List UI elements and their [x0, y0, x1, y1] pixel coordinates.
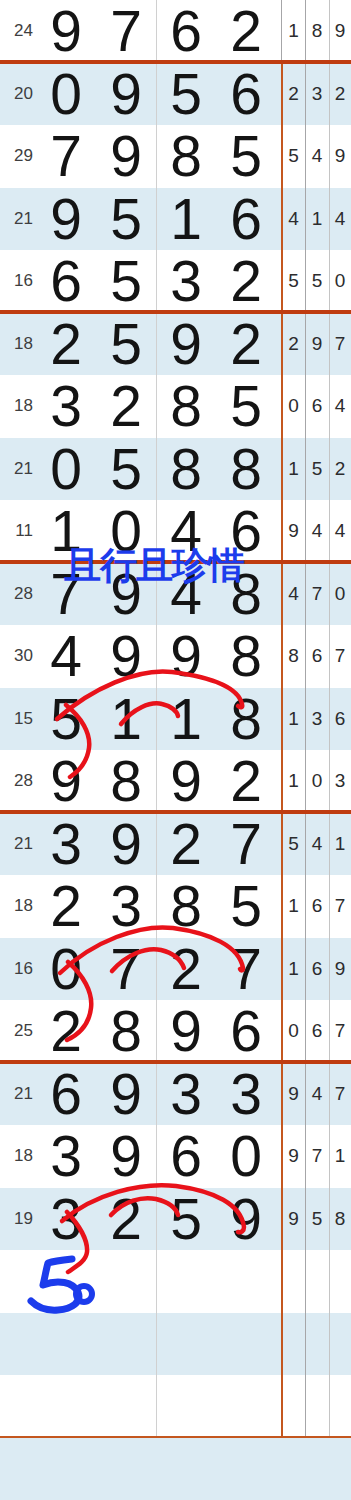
draw-digit-cell: 7 — [36, 125, 96, 188]
tail-digit-cell: 5 — [282, 270, 305, 292]
tail-digit-cell: 4 — [305, 520, 329, 542]
tail-divider-line-1 — [305, 0, 306, 1437]
tail-digit-cell: 0 — [329, 270, 351, 292]
tail-digit-cell: 3 — [305, 708, 329, 730]
table-row: 252896067 — [0, 1000, 351, 1063]
tail-digit-cell: 5 — [305, 1208, 329, 1230]
tail-digit-cell: 0 — [305, 770, 329, 792]
draw-digit-cell: 4 — [36, 625, 96, 688]
draw-digit-cell: 2 — [216, 0, 276, 63]
tail-digit-cell: 5 — [305, 458, 329, 480]
tail-digit-cell: 9 — [329, 958, 351, 980]
draw-digit-cell: 2 — [216, 250, 276, 313]
table-row: 304998867 — [0, 625, 351, 688]
draw-digit-cell: 5 — [96, 188, 156, 251]
tail-digit-cell: 2 — [282, 83, 305, 105]
row-sum-label: 21 — [0, 209, 36, 229]
row-sum-label: 28 — [0, 584, 36, 604]
table-row — [0, 1313, 351, 1376]
row-sum-label: 24 — [0, 21, 36, 41]
tail-digit-cell: 8 — [305, 20, 329, 42]
table-row: 249762189 — [0, 0, 351, 63]
draw-digit-cell: 7 — [96, 938, 156, 1001]
draw-digit-cell: 9 — [36, 188, 96, 251]
draw-digit-cell: 0 — [36, 938, 96, 1001]
tail-digit-cell: 1 — [282, 770, 305, 792]
table-row: 297985549 — [0, 125, 351, 188]
draw-digit-cell: 7 — [216, 938, 276, 1001]
table-row: 200956232 — [0, 63, 351, 126]
draw-history-grid: 2497621892009562322979855492195164141665… — [0, 0, 351, 1500]
draw-digit-cell: 8 — [216, 438, 276, 501]
draw-digit-cell: 6 — [156, 0, 216, 63]
tail-digit-cell: 7 — [329, 1020, 351, 1042]
tail-digit-cell: 6 — [305, 1020, 329, 1042]
row-sum-label: 21 — [0, 1084, 36, 1104]
draw-digit-cell: 2 — [216, 313, 276, 376]
draw-digit-cell: 2 — [216, 750, 276, 813]
draw-digit-cell: 8 — [156, 438, 216, 501]
row-sum-label: 28 — [0, 771, 36, 791]
tail-divider-line-2 — [329, 0, 330, 1437]
draw-digit-cell: 1 — [96, 688, 156, 751]
lottery-chart-screen: 2497621892009562322979855492195164141665… — [0, 0, 351, 1500]
draw-digit-cell: 0 — [36, 438, 96, 501]
draw-digit-cell: 8 — [156, 125, 216, 188]
table-row: 216933947 — [0, 1063, 351, 1126]
tail-digit-cell: 9 — [329, 145, 351, 167]
section-rule — [0, 310, 351, 314]
draw-digit-cell: 0 — [36, 63, 96, 126]
tail-digit-cell: 1 — [282, 895, 305, 917]
tail-digit-cell: 6 — [305, 645, 329, 667]
tail-digit-cell: 1 — [305, 208, 329, 230]
table-row: 166532550 — [0, 250, 351, 313]
tail-digit-cell: 6 — [329, 708, 351, 730]
draw-digit-cell: 8 — [96, 1000, 156, 1063]
tail-digit-cell: 4 — [305, 1083, 329, 1105]
row-sum-label: 21 — [0, 834, 36, 854]
tail-digit-cell: 7 — [329, 1083, 351, 1105]
draw-digit-cell: 9 — [156, 750, 216, 813]
table-row: 193259958 — [0, 1188, 351, 1251]
row-sum-label: 29 — [0, 146, 36, 166]
draw-digit-cell: 5 — [216, 875, 276, 938]
draw-digit-cell: 5 — [216, 375, 276, 438]
draw-digit-cell: 1 — [156, 688, 216, 751]
draw-digit-cell: 5 — [96, 250, 156, 313]
draw-digit-cell: 9 — [156, 625, 216, 688]
row-sum-label: 16 — [0, 959, 36, 979]
row-sum-label: 16 — [0, 271, 36, 291]
draw-digit-cell: 7 — [96, 0, 156, 63]
draw-digit-cell: 8 — [156, 375, 216, 438]
draw-digit-cell: 2 — [96, 1188, 156, 1251]
table-row: 182385167 — [0, 875, 351, 938]
column-divider-line — [156, 0, 157, 1437]
draw-digit-cell: 9 — [156, 1000, 216, 1063]
tail-digit-cell: 0 — [329, 583, 351, 605]
table-row: 219516414 — [0, 188, 351, 251]
draw-digit-cell: 9 — [36, 750, 96, 813]
draw-digit-cell: 3 — [96, 875, 156, 938]
draw-digit-cell: 9 — [96, 125, 156, 188]
draw-digit-cell: 8 — [156, 875, 216, 938]
table-row: 183285064 — [0, 375, 351, 438]
draw-digit-cell: 6 — [36, 1063, 96, 1126]
tail-digit-cell: 6 — [305, 395, 329, 417]
draw-digit-cell: 3 — [36, 813, 96, 876]
row-sum-label: 25 — [0, 1021, 36, 1041]
tail-digit-cell: 1 — [329, 1145, 351, 1167]
draw-digit-cell: 3 — [36, 1188, 96, 1251]
tail-digit-cell: 4 — [305, 833, 329, 855]
draw-digit-cell: 9 — [156, 313, 216, 376]
tail-digit-cell: 9 — [329, 20, 351, 42]
tail-digit-cell: 5 — [282, 833, 305, 855]
draw-digit-cell: 3 — [36, 1125, 96, 1188]
tail-digit-cell: 2 — [329, 83, 351, 105]
draw-digit-cell: 9 — [96, 813, 156, 876]
row-sum-label: 30 — [0, 646, 36, 666]
draw-digit-cell: 2 — [36, 1000, 96, 1063]
tail-digit-cell: 1 — [282, 958, 305, 980]
draw-digit-cell: 9 — [96, 1063, 156, 1126]
tail-digit-cell: 4 — [282, 208, 305, 230]
draw-digit-cell: 3 — [156, 250, 216, 313]
draw-digit-cell: 2 — [36, 875, 96, 938]
tail-digit-cell: 1 — [282, 458, 305, 480]
draw-digit-cell: 3 — [156, 1063, 216, 1126]
table-row: 155118136 — [0, 688, 351, 751]
table-row — [0, 1375, 351, 1438]
tail-digit-cell: 4 — [305, 145, 329, 167]
draw-digit-cell: 2 — [156, 813, 216, 876]
draw-digit-cell: 6 — [216, 63, 276, 126]
tail-digit-cell: 9 — [282, 1145, 305, 1167]
row-sum-label: 18 — [0, 1146, 36, 1166]
tail-digit-cell: 5 — [305, 270, 329, 292]
draw-digit-cell: 5 — [156, 63, 216, 126]
tail-digit-cell: 8 — [329, 1208, 351, 1230]
draw-digit-cell: 5 — [156, 1188, 216, 1251]
draw-digit-cell: 9 — [96, 625, 156, 688]
draw-digit-cell: 5 — [96, 313, 156, 376]
tail-digit-cell: 5 — [282, 145, 305, 167]
draw-digit-cell: 9 — [96, 1125, 156, 1188]
draw-digit-cell: 3 — [216, 1063, 276, 1126]
draw-digit-cell: 2 — [96, 375, 156, 438]
tail-divider-line-top — [281, 0, 282, 62]
tail-digit-cell: 2 — [282, 333, 305, 355]
tail-digit-cell: 7 — [329, 895, 351, 917]
draw-digit-cell: 6 — [156, 1125, 216, 1188]
draw-digit-cell: 6 — [216, 1000, 276, 1063]
table-row — [0, 1438, 351, 1500]
draw-digit-cell: 6 — [36, 250, 96, 313]
tail-digit-cell: 4 — [329, 208, 351, 230]
row-sum-label: 19 — [0, 1209, 36, 1229]
draw-digit-cell: 9 — [96, 63, 156, 126]
draw-digit-cell: 5 — [216, 125, 276, 188]
row-sum-label: 20 — [0, 84, 36, 104]
tail-digit-cell: 0 — [282, 395, 305, 417]
row-sum-label: 18 — [0, 334, 36, 354]
table-row: 210588152 — [0, 438, 351, 501]
row-sum-label: 21 — [0, 459, 36, 479]
tail-digit-cell: 3 — [329, 770, 351, 792]
tail-digit-cell: 7 — [305, 1145, 329, 1167]
draw-digit-cell: 9 — [216, 1188, 276, 1251]
draw-digit-cell: 3 — [36, 375, 96, 438]
row-sum-label: 18 — [0, 396, 36, 416]
tail-digit-cell: 3 — [305, 83, 329, 105]
draw-digit-cell: 0 — [216, 1125, 276, 1188]
row-sum-label: 18 — [0, 896, 36, 916]
tail-digit-cell: 2 — [329, 458, 351, 480]
draw-digit-cell: 8 — [216, 688, 276, 751]
row-sum-label: 15 — [0, 709, 36, 729]
tail-digit-cell: 9 — [305, 333, 329, 355]
tail-digit-cell: 4 — [329, 520, 351, 542]
row-sum-label: 11 — [0, 521, 36, 541]
table-row: 289892103 — [0, 750, 351, 813]
section-rule — [0, 810, 351, 814]
table-row: 213927541 — [0, 813, 351, 876]
table-row: 182592297 — [0, 313, 351, 376]
draw-digit-cell: 2 — [156, 938, 216, 1001]
tail-digit-cell: 4 — [329, 395, 351, 417]
table-row — [0, 1250, 351, 1313]
watermark-text: 且行且珍惜 — [64, 547, 244, 585]
section-rule — [0, 1060, 351, 1064]
tail-digit-cell: 9 — [282, 1083, 305, 1105]
tail-digit-cell: 9 — [282, 1208, 305, 1230]
tail-divider-line-orange — [281, 62, 283, 1437]
draw-digit-cell: 5 — [36, 688, 96, 751]
draw-digit-cell: 6 — [216, 188, 276, 251]
draw-digit-cell: 8 — [96, 750, 156, 813]
tail-digit-cell: 0 — [282, 1020, 305, 1042]
section-rule — [0, 60, 351, 64]
table-row: 160727169 — [0, 938, 351, 1001]
draw-digit-cell: 8 — [216, 625, 276, 688]
tail-digit-cell: 6 — [305, 958, 329, 980]
tail-digit-cell: 7 — [329, 333, 351, 355]
tail-digit-cell: 1 — [329, 833, 351, 855]
tail-digit-cell: 1 — [282, 708, 305, 730]
tail-digit-cell: 4 — [282, 583, 305, 605]
draw-digit-cell: 7 — [216, 813, 276, 876]
draw-digit-cell: 9 — [36, 0, 96, 63]
tail-digit-cell: 7 — [305, 583, 329, 605]
table-row: 183960971 — [0, 1125, 351, 1188]
section-rule-thin — [0, 1436, 351, 1438]
tail-digit-cell: 9 — [282, 520, 305, 542]
draw-digit-cell: 2 — [36, 313, 96, 376]
tail-digit-cell: 1 — [282, 20, 305, 42]
tail-digit-cell: 6 — [305, 895, 329, 917]
draw-digit-cell: 5 — [96, 438, 156, 501]
tail-digit-cell: 7 — [329, 645, 351, 667]
draw-digit-cell: 1 — [156, 188, 216, 251]
tail-digit-cell: 8 — [282, 645, 305, 667]
